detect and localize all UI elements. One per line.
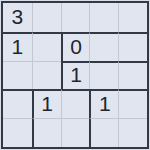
grid-cell-r3c2[interactable] xyxy=(61,89,90,118)
grid-cell-r2c2[interactable]: 1 xyxy=(61,61,90,90)
grid-cell-r3c3[interactable]: 1 xyxy=(89,89,118,118)
grid-cell-r4c0[interactable] xyxy=(3,118,32,147)
grid-cell-r3c4[interactable] xyxy=(118,89,147,118)
grid-cell-r4c2[interactable] xyxy=(61,118,90,147)
grid-cell-r1c4[interactable] xyxy=(118,32,147,61)
clue-number: 1 xyxy=(99,93,111,114)
grid-cell-r3c0[interactable] xyxy=(3,89,32,118)
grid-cell-r0c2[interactable] xyxy=(61,3,90,32)
grid-cell-r1c3[interactable] xyxy=(89,32,118,61)
grid-cell-r4c1[interactable] xyxy=(32,118,61,147)
grid-cell-r1c0[interactable]: 1 xyxy=(3,32,32,61)
grid-cell-r2c0[interactable] xyxy=(3,61,32,90)
grid-cell-r2c3[interactable] xyxy=(89,61,118,90)
clue-number: 0 xyxy=(70,36,82,57)
grid-cell-r0c1[interactable] xyxy=(32,3,61,32)
clue-number: 1 xyxy=(70,64,82,85)
grid-cell-r1c2[interactable]: 0 xyxy=(61,32,90,61)
grid-cell-r0c4[interactable] xyxy=(118,3,147,32)
grid-cell-r1c1[interactable] xyxy=(32,32,61,61)
grid-cell-r4c4[interactable] xyxy=(118,118,147,147)
clue-number: 1 xyxy=(12,36,24,57)
grid-cell-r0c0[interactable]: 3 xyxy=(3,3,32,32)
grid-cell-r4c3[interactable] xyxy=(89,118,118,147)
clue-number: 1 xyxy=(41,93,53,114)
grid-cell-r2c1[interactable] xyxy=(32,61,61,90)
grid-cell-r3c1[interactable]: 1 xyxy=(32,89,61,118)
grid-cell-r2c4[interactable] xyxy=(118,61,147,90)
grid-cell-r0c3[interactable] xyxy=(89,3,118,32)
puzzle-board: 310111 xyxy=(1,1,149,149)
clue-number: 3 xyxy=(12,6,24,27)
